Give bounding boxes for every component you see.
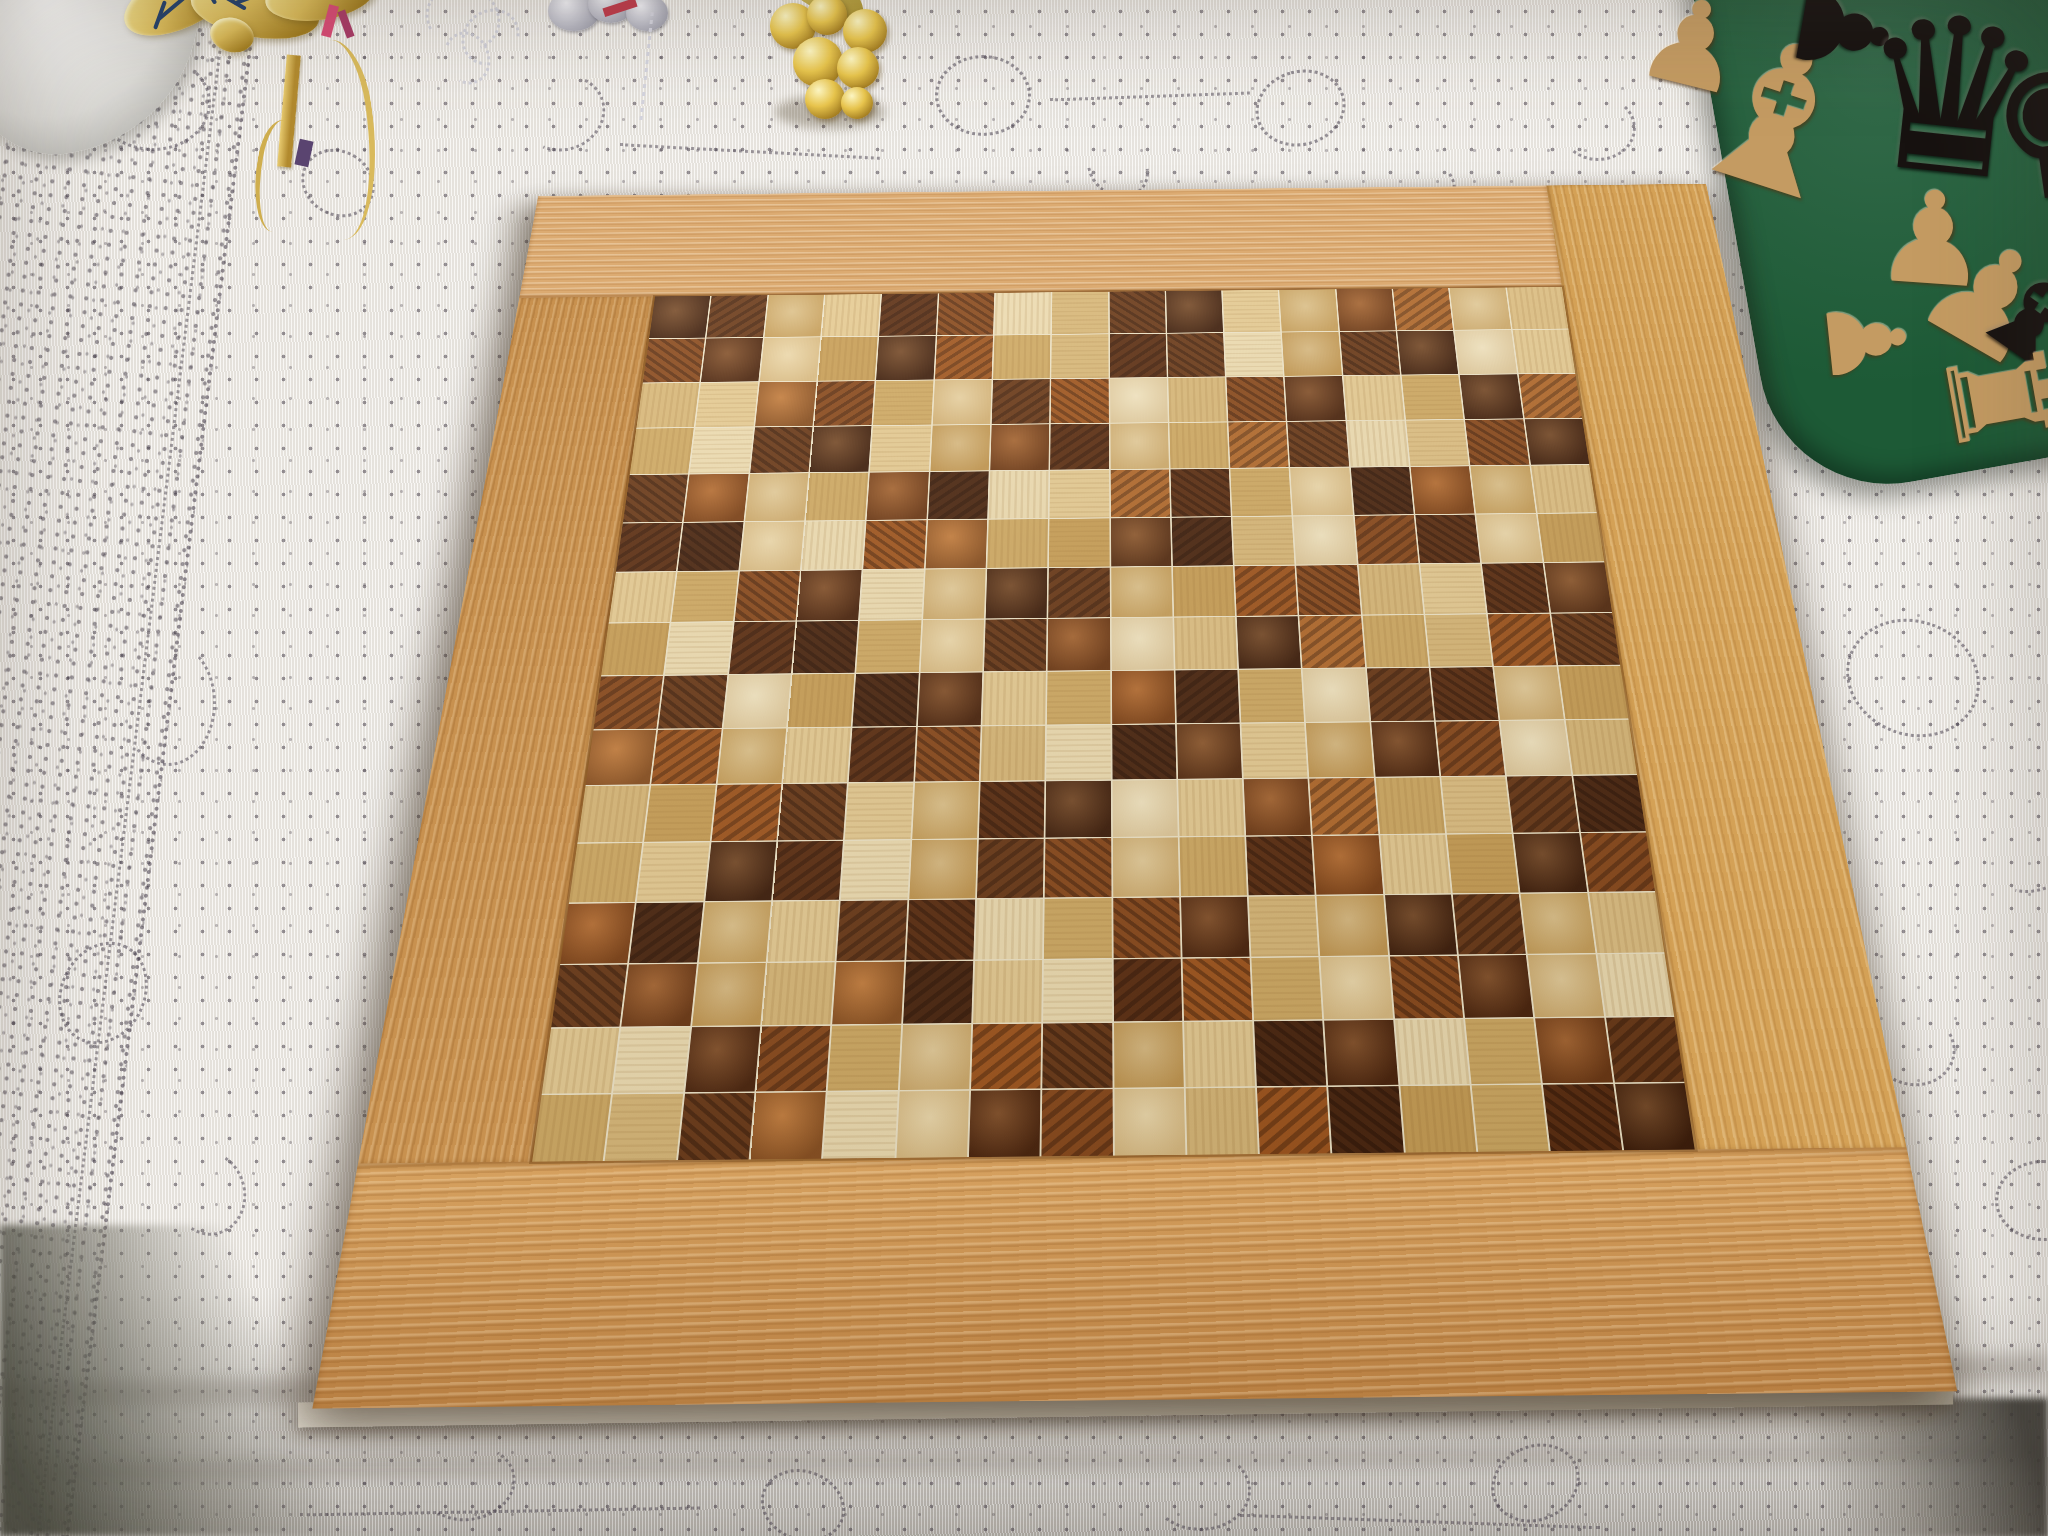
- checker-block: [1537, 513, 1604, 562]
- checker-block: [1397, 331, 1458, 375]
- checker-block: [651, 729, 721, 784]
- checker-block: [1313, 836, 1383, 895]
- checker-block: [935, 336, 993, 380]
- checker-block: [860, 569, 924, 619]
- checker-block: [1501, 720, 1571, 775]
- checker-block: [1223, 290, 1281, 332]
- checker-block: [1606, 1017, 1684, 1082]
- checker-block: [1046, 781, 1111, 838]
- frame-rail-bottom: [312, 1147, 1957, 1408]
- checker-block: [609, 572, 676, 622]
- checker-block: [1528, 954, 1604, 1017]
- checker-block: [797, 570, 862, 620]
- checker-block: [1291, 468, 1353, 515]
- checker-block: [1354, 515, 1418, 564]
- checker-block: [845, 783, 913, 840]
- photo-scene: ♟♝♟♛♚♟♟♝♜♟: [0, 0, 2048, 1536]
- checker-block: [1175, 670, 1239, 724]
- checker-block: [1251, 957, 1322, 1020]
- checker-block: [1173, 566, 1235, 616]
- checker-block: [1168, 377, 1227, 422]
- checker-block: [1400, 1085, 1476, 1152]
- checker-block: [1455, 330, 1517, 374]
- checker-block: [644, 785, 715, 842]
- checker-block: [822, 294, 881, 336]
- checker-block: [1385, 894, 1457, 955]
- checker-block: [979, 781, 1045, 838]
- checker-block: [975, 899, 1043, 960]
- checker-block: [1235, 566, 1298, 616]
- checker-block: [678, 1093, 755, 1160]
- checker-block: [1254, 1021, 1326, 1086]
- checker-block: [1521, 893, 1595, 954]
- checker-block: [750, 1092, 825, 1159]
- checker-block: [696, 382, 758, 427]
- checker-block: [856, 620, 921, 672]
- checker-block: [764, 295, 824, 337]
- checker-block: [605, 1093, 683, 1160]
- checker-block: [1113, 959, 1182, 1022]
- checker-block: [1114, 1022, 1184, 1087]
- checker-block: [1336, 289, 1395, 331]
- checker-block: [532, 1094, 611, 1161]
- checker-block: [853, 673, 919, 727]
- checker-block: [989, 471, 1049, 518]
- checker-block: [665, 622, 733, 674]
- checker-block: [1536, 1018, 1613, 1083]
- checker-block: [1371, 722, 1439, 777]
- checker-block: [1565, 720, 1637, 775]
- checker-block: [1402, 375, 1464, 420]
- gold-bead: [805, 79, 845, 119]
- checker-block: [930, 425, 990, 471]
- checker-block: [1411, 466, 1475, 513]
- checker-block: [932, 380, 991, 425]
- checker-block: [678, 522, 743, 571]
- checker-block: [1436, 721, 1505, 776]
- checker-block: [899, 1025, 971, 1090]
- gold-bead: [807, 0, 847, 35]
- checker-block: [1225, 333, 1284, 377]
- checker-block: [1441, 777, 1512, 834]
- checker-block: [684, 474, 748, 522]
- checker-block: [1047, 671, 1110, 725]
- checker-block: [560, 903, 635, 964]
- checker-block: [1551, 613, 1620, 665]
- checker-block: [1288, 421, 1349, 467]
- checker-block: [601, 623, 669, 675]
- checker-block: [643, 339, 705, 383]
- checker-block: [1581, 833, 1655, 892]
- checker-block: [542, 1028, 620, 1093]
- checker-block: [977, 839, 1044, 898]
- checker-block: [810, 426, 872, 472]
- checker-block: [1465, 419, 1529, 465]
- checker-block: [1174, 617, 1237, 669]
- checker-block: [969, 1090, 1041, 1157]
- checker-block: [773, 841, 843, 900]
- checker-block: [1459, 955, 1534, 1018]
- checker-block: [923, 569, 986, 619]
- checker-block: [1531, 465, 1597, 512]
- checker-block: [1393, 288, 1453, 330]
- checker-block: [912, 782, 979, 839]
- checker-block: [1471, 466, 1536, 513]
- checker-block: [1249, 896, 1319, 957]
- checker-block: [586, 730, 657, 785]
- checker-block: [1543, 1084, 1622, 1151]
- checker-block: [1230, 468, 1291, 515]
- checker-block: [906, 899, 975, 960]
- chessboard: [292, 0, 1958, 1409]
- checker-block: [1043, 959, 1111, 1022]
- checker-block: [1172, 517, 1233, 566]
- checker-block: [1227, 377, 1287, 422]
- checker-block: [711, 784, 781, 841]
- checker-block: [750, 427, 812, 473]
- checker-block: [1453, 894, 1526, 955]
- checker-block: [756, 1026, 830, 1091]
- gold-bead: [841, 87, 873, 119]
- checker-block: [1233, 516, 1295, 565]
- checker-block: [1228, 422, 1288, 468]
- checker-block: [1615, 1083, 1695, 1150]
- checker-block: [1293, 516, 1356, 565]
- checker-block: [629, 902, 703, 963]
- checker-block: [1425, 614, 1492, 666]
- checker-block: [658, 675, 727, 729]
- checker-block: [876, 336, 935, 380]
- checker-block: [1167, 333, 1225, 377]
- checker-block: [1282, 332, 1341, 376]
- checker-block: [1488, 614, 1556, 666]
- checker-block: [870, 426, 931, 472]
- checker-block: [1052, 292, 1108, 334]
- checker-block: [1111, 518, 1172, 567]
- checker-block: [971, 1024, 1042, 1089]
- checker-block: [987, 519, 1048, 568]
- checker-block: [1045, 838, 1111, 897]
- board-frame: [312, 184, 1957, 1409]
- checker-block: [1237, 616, 1301, 668]
- checker-block: [1525, 419, 1590, 465]
- checker-block: [1186, 1087, 1259, 1154]
- checker-block: [909, 840, 977, 899]
- silver-tinsel-red-cluster: [548, 0, 678, 75]
- checker-block: [734, 571, 800, 621]
- checker-block: [1303, 668, 1369, 722]
- checker-block: [1280, 289, 1339, 331]
- checker-block: [637, 843, 709, 902]
- checker-block: [636, 383, 699, 428]
- checker-block: [788, 674, 855, 728]
- checker-block: [1110, 378, 1168, 423]
- checker-block: [925, 519, 987, 568]
- checker-block: [1046, 725, 1110, 780]
- checker-block: [806, 473, 869, 521]
- checker-block: [613, 1028, 689, 1093]
- checker-block: [1430, 667, 1498, 720]
- checker-block: [1239, 669, 1304, 723]
- checker-block: [623, 475, 688, 523]
- checker-block: [1507, 287, 1569, 329]
- checker-block: [841, 841, 910, 900]
- checker-block: [1343, 375, 1404, 420]
- checker-block: [1170, 469, 1231, 516]
- checker-block: [1111, 670, 1174, 724]
- checker-block: [698, 902, 771, 963]
- gold-bead-cluster: [745, 0, 915, 155]
- checker-block: [778, 784, 847, 841]
- checker-block: [993, 335, 1050, 379]
- checker-block: [1494, 666, 1563, 719]
- checker-block: [1182, 958, 1252, 1021]
- checker-block: [672, 571, 738, 621]
- gold-bead: [837, 47, 879, 89]
- checker-block: [903, 961, 973, 1024]
- checker-block: [1380, 835, 1451, 894]
- checker-block: [879, 293, 937, 335]
- gold-bead: [843, 9, 887, 53]
- checker-block: [867, 472, 929, 520]
- checker-block: [745, 473, 808, 521]
- checker-block: [723, 674, 791, 728]
- checker-block: [1110, 470, 1170, 517]
- checker-block: [760, 337, 821, 381]
- checker-block: [896, 1090, 969, 1157]
- checker-block: [1367, 668, 1434, 721]
- frame-rail-top: [519, 186, 1562, 298]
- checker-block: [1244, 779, 1312, 836]
- checker-block: [1340, 331, 1400, 375]
- checker-block: [1420, 564, 1486, 614]
- checker-block: [701, 338, 762, 382]
- checker-block: [1460, 374, 1523, 419]
- checker-block: [928, 471, 989, 518]
- checker-block: [1325, 1020, 1399, 1085]
- checker-block: [1558, 666, 1628, 719]
- checker-block: [1285, 376, 1345, 421]
- checker-block: [992, 379, 1050, 424]
- checker-block: [1181, 897, 1250, 958]
- checker-block: [621, 964, 696, 1027]
- checker-block: [630, 428, 694, 474]
- checker-block: [823, 1091, 897, 1158]
- checker-block: [577, 786, 649, 843]
- checker-block: [740, 521, 804, 570]
- checker-block: [1573, 775, 1646, 832]
- checker-block: [1110, 423, 1169, 469]
- checker-block: [873, 380, 933, 425]
- checker-block: [1465, 1019, 1541, 1084]
- checker-block: [1112, 780, 1177, 837]
- checker-block: [1300, 616, 1365, 668]
- checker-block: [917, 672, 982, 726]
- checker-block: [1395, 1019, 1470, 1084]
- checker-block: [1507, 776, 1579, 833]
- checker-block: [783, 728, 851, 783]
- checker-block: [1257, 1087, 1331, 1154]
- checker-block: [1111, 618, 1173, 670]
- checker-block: [1178, 779, 1245, 836]
- checker-block: [1169, 422, 1229, 468]
- checker-block: [1177, 724, 1242, 779]
- checker-block: [690, 427, 753, 473]
- checker-block: [1317, 895, 1388, 956]
- checker-block: [915, 726, 981, 781]
- checker-block: [1051, 334, 1108, 378]
- checker-block: [1048, 618, 1110, 670]
- checker-block: [1415, 514, 1480, 563]
- checker-block: [937, 293, 994, 335]
- checker-block: [1512, 330, 1575, 374]
- checker-block: [1406, 420, 1469, 466]
- checker-block: [1347, 421, 1409, 467]
- checker-block: [1114, 1088, 1185, 1155]
- checker-block: [1375, 777, 1445, 834]
- checker-block: [863, 520, 926, 569]
- checker-block: [984, 619, 1047, 671]
- checker-block: [828, 1025, 901, 1090]
- checker-block: [1321, 957, 1393, 1020]
- checker-block: [692, 963, 766, 1026]
- checker-block: [1042, 1023, 1112, 1088]
- checker-block: [1306, 722, 1373, 777]
- checker-block: [849, 727, 916, 782]
- checker-block: [920, 620, 984, 672]
- checker-block: [981, 726, 1046, 781]
- checker-block: [1050, 470, 1109, 517]
- checker-block: [990, 424, 1049, 470]
- checker-block: [1297, 565, 1361, 615]
- checkerboard-grid: [532, 287, 1695, 1162]
- checker-block: [1112, 838, 1179, 897]
- checker-block: [1042, 1089, 1113, 1156]
- checker-block: [1184, 1022, 1255, 1087]
- checker-block: [994, 292, 1051, 334]
- checker-block: [707, 295, 767, 337]
- checker-block: [729, 622, 796, 674]
- checker-block: [594, 676, 664, 730]
- checker-block: [1049, 518, 1109, 567]
- checker-block: [818, 337, 878, 381]
- checker-block: [1241, 723, 1307, 778]
- checker-block: [1518, 374, 1582, 419]
- checker-block: [1514, 834, 1587, 893]
- checker-block: [1050, 424, 1109, 470]
- checker-block: [1482, 563, 1549, 613]
- checker-block: [616, 523, 682, 572]
- checker-block: [649, 296, 710, 338]
- checker-block: [1450, 288, 1511, 330]
- checker-block: [1597, 954, 1674, 1017]
- checker-block: [762, 962, 835, 1025]
- checker-block: [1476, 514, 1542, 563]
- checker-block: [1166, 291, 1223, 333]
- checker-block: [768, 901, 839, 962]
- checker-block: [551, 965, 627, 1028]
- checker-block: [1044, 898, 1111, 959]
- checker-block: [1179, 837, 1247, 896]
- checker-block: [685, 1027, 760, 1092]
- checker-block: [1390, 956, 1463, 1019]
- checker-block: [793, 621, 859, 673]
- checker-block: [802, 521, 866, 570]
- checker-block: [1111, 567, 1172, 617]
- checker-block: [755, 381, 817, 426]
- checker-block: [986, 568, 1048, 618]
- checker-block: [837, 900, 907, 961]
- checker-block: [1472, 1084, 1549, 1151]
- checker-block: [1329, 1086, 1404, 1153]
- checker-block: [973, 960, 1042, 1023]
- checker-block: [982, 672, 1046, 726]
- checker-block: [832, 962, 904, 1025]
- checker-block: [1113, 897, 1181, 958]
- checker-block: [1589, 892, 1664, 953]
- checker-block: [1109, 334, 1166, 378]
- checker-block: [1310, 778, 1379, 835]
- checker-block: [1544, 562, 1612, 612]
- checker-block: [1358, 564, 1423, 614]
- checker-block: [1362, 615, 1428, 667]
- checker-block: [814, 381, 875, 426]
- checker-block: [1351, 467, 1414, 514]
- checker-block: [705, 842, 776, 901]
- checker-block: [1112, 724, 1176, 779]
- checker-block: [1109, 291, 1165, 333]
- checker-block: [1246, 836, 1315, 895]
- table-edge-shadow-bottom-right: [1758, 1398, 2048, 1536]
- checker-block: [569, 843, 642, 902]
- checker-block: [1051, 378, 1109, 423]
- checker-block: [717, 728, 786, 783]
- checker-block: [1447, 834, 1519, 893]
- checker-block: [1048, 568, 1109, 618]
